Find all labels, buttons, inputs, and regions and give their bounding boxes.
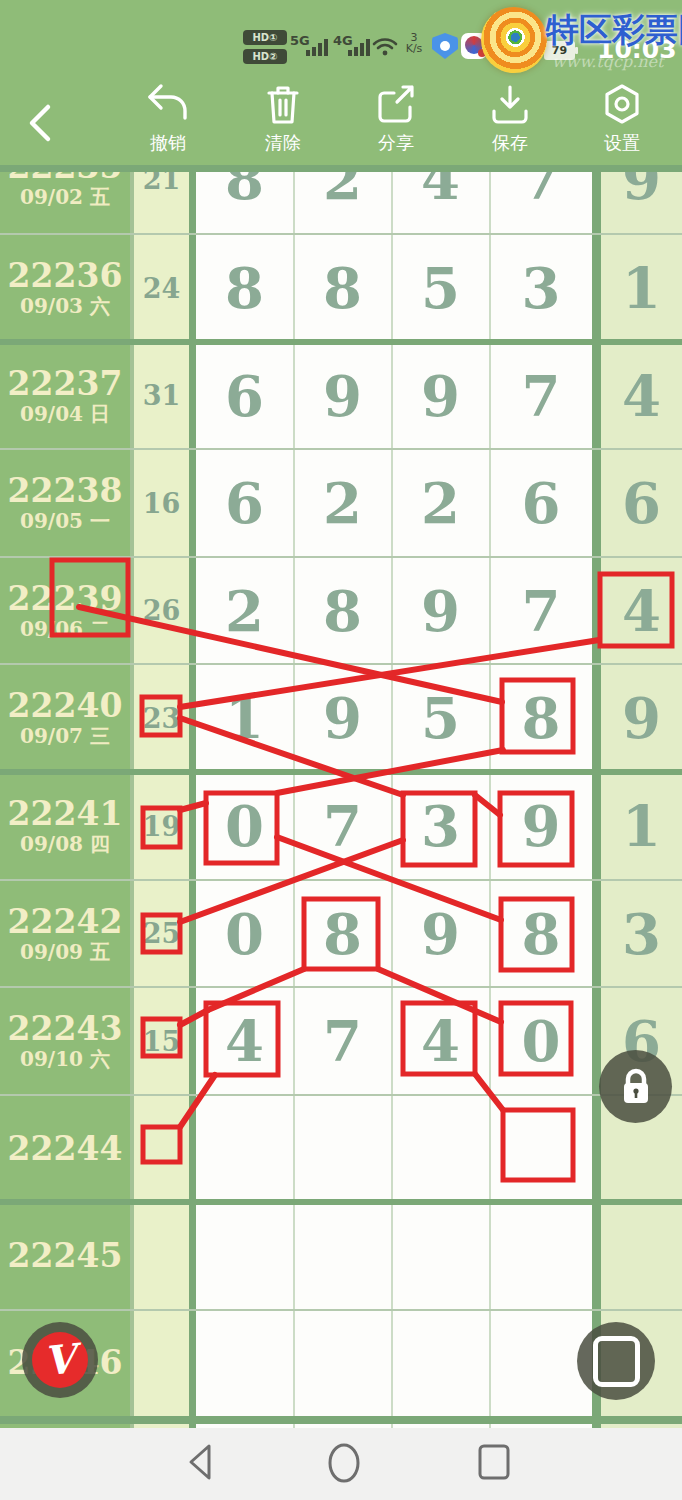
- hd2-badge: HD②: [243, 49, 287, 64]
- issue-cell: 2223809/05 一: [0, 449, 130, 557]
- save-button[interactable]: 保存: [465, 83, 555, 155]
- issue-cell: 22244: [0, 1095, 130, 1202]
- site-logo-text: 特区彩票网: [546, 13, 682, 47]
- grid-hline-thick: [0, 1416, 682, 1424]
- digit-cell[interactable]: 8: [294, 557, 391, 664]
- tail-digit-cell[interactable]: 4: [601, 342, 682, 449]
- count-cell: 19: [134, 772, 189, 880]
- digit-cell[interactable]: 5: [392, 234, 489, 342]
- digit-cell[interactable]: 3: [392, 772, 489, 880]
- shield-app-icon: [432, 33, 458, 59]
- back-triangle-icon[interactable]: [185, 1442, 215, 1482]
- digit-cell[interactable]: 2: [294, 449, 391, 557]
- digit-cell[interactable]: 7: [490, 172, 592, 234]
- lottery-chart-app: HD① HD② 5G 4G 3K/s 79 10:03 特区彩票网: [0, 0, 682, 1500]
- share-label: 分享: [351, 131, 441, 155]
- issue-cell: 2224309/10 六: [0, 987, 130, 1095]
- digit-cell[interactable]: 8: [490, 880, 592, 987]
- digit-cell[interactable]: 8: [294, 880, 391, 987]
- count-cell: [134, 1310, 189, 1416]
- undo-icon: [144, 83, 192, 127]
- count-cell: 24: [134, 234, 189, 342]
- issue-cell: 22245: [0, 1202, 130, 1310]
- table-row: 2224209/09 五 25 0 8 9 8 3: [0, 880, 682, 987]
- wifi-icon: [372, 36, 398, 56]
- digit-cell[interactable]: 4: [392, 172, 489, 234]
- share-icon: [372, 83, 420, 127]
- issue-cell: 2223509/02 五: [0, 172, 130, 234]
- digit-cell[interactable]: 2: [294, 172, 391, 234]
- stop-icon: [593, 1336, 640, 1387]
- digit-cell[interactable]: [294, 1095, 391, 1202]
- undo-button[interactable]: 撤销: [123, 83, 213, 155]
- digit-cell[interactable]: [392, 1202, 489, 1310]
- digit-cell[interactable]: 9: [294, 342, 391, 449]
- settings-label: 设置: [577, 131, 667, 155]
- lock-button[interactable]: [599, 1050, 672, 1123]
- table-row: 2224009/07 三 23 1 9 5 8 9: [0, 664, 682, 772]
- tail-digit-cell[interactable]: 1: [601, 234, 682, 342]
- v-pen-ring[interactable]: V: [22, 1322, 98, 1398]
- count-cell: 16: [134, 449, 189, 557]
- digit-cell[interactable]: 8: [196, 234, 293, 342]
- recents-square-icon[interactable]: [476, 1442, 512, 1484]
- share-button[interactable]: 分享: [351, 83, 441, 155]
- count-cell: [134, 1202, 189, 1310]
- drawing-toolbar: 撤销 清除 分享 保存: [0, 75, 682, 165]
- chevron-left-icon: [22, 101, 62, 145]
- digit-cell[interactable]: 8: [196, 172, 293, 234]
- table-row: 2224309/10 六 15 4 7 4 0 6: [0, 987, 682, 1095]
- issue-cell: 2223709/04 日: [0, 342, 130, 449]
- clear-button[interactable]: 清除: [238, 83, 328, 155]
- lock-icon: [618, 1067, 654, 1107]
- table-row: 2223509/02 五 21 8 2 4 7 9: [0, 172, 682, 234]
- digit-cell[interactable]: 1: [196, 664, 293, 772]
- digit-cell[interactable]: 9: [490, 772, 592, 880]
- digit-cell[interactable]: 6: [196, 449, 293, 557]
- digit-cell[interactable]: [294, 1310, 391, 1416]
- tail-digit-cell[interactable]: 9: [601, 172, 682, 234]
- issue-cell: 2224009/07 三: [0, 664, 130, 772]
- digit-cell[interactable]: [294, 1202, 391, 1310]
- digit-cell[interactable]: 9: [392, 557, 489, 664]
- digit-cell[interactable]: [392, 1095, 489, 1202]
- back-button[interactable]: [22, 101, 62, 145]
- android-nav-bar: [0, 1428, 682, 1500]
- signal-bars-icon: [306, 38, 330, 56]
- digit-cell[interactable]: 4: [392, 987, 489, 1095]
- issue-cell: 2223909/06 二: [0, 557, 130, 664]
- digit-cell[interactable]: 6: [196, 342, 293, 449]
- digit-cell[interactable]: [490, 1095, 592, 1202]
- tail-digit-cell[interactable]: 4: [601, 557, 682, 664]
- issue-cell: 2224109/08 四: [0, 772, 130, 880]
- digit-cell[interactable]: 9: [392, 342, 489, 449]
- clear-label: 清除: [238, 131, 328, 155]
- count-cell: 15: [134, 987, 189, 1095]
- count-cell: 25: [134, 880, 189, 987]
- v-pen-button[interactable]: V: [32, 1332, 88, 1388]
- digit-cell[interactable]: 3: [490, 234, 592, 342]
- digit-cell[interactable]: 9: [294, 664, 391, 772]
- tail-digit-cell[interactable]: 6: [601, 449, 682, 557]
- digit-cell[interactable]: 6: [490, 449, 592, 557]
- digit-cell[interactable]: 0: [196, 880, 293, 987]
- stop-button[interactable]: [577, 1322, 655, 1400]
- digit-cell[interactable]: 9: [392, 880, 489, 987]
- digit-cell[interactable]: 7: [490, 557, 592, 664]
- table-row: 22245: [0, 1202, 682, 1310]
- digit-cell[interactable]: [392, 1310, 489, 1416]
- hd1-badge: HD①: [243, 30, 287, 45]
- tail-digit-cell[interactable]: 3: [601, 880, 682, 987]
- issue-cell: 2223609/03 六: [0, 234, 130, 342]
- save-label: 保存: [465, 131, 555, 155]
- table-row: 2223809/05 一 16 6 2 2 6 6: [0, 449, 682, 557]
- count-cell: [134, 1095, 189, 1202]
- count-cell: 26: [134, 557, 189, 664]
- digit-cell[interactable]: 0: [196, 772, 293, 880]
- v-logo: V: [42, 1338, 77, 1381]
- digit-cell[interactable]: [490, 1202, 592, 1310]
- table-row: 22244: [0, 1095, 682, 1202]
- digit-cell[interactable]: [196, 1310, 293, 1416]
- digit-cell[interactable]: 0: [490, 987, 592, 1095]
- grid-hline-thick: [0, 165, 682, 172]
- site-watermark: www.tqcp.net: [552, 52, 663, 71]
- count-cell: 21: [134, 172, 189, 234]
- net-speed: 3K/s: [401, 32, 427, 54]
- table-row: 2223609/03 六 24 8 8 5 3 1: [0, 234, 682, 342]
- count-cell: 23: [134, 664, 189, 772]
- digit-cell[interactable]: [196, 1202, 293, 1310]
- digit-cell[interactable]: 2: [196, 557, 293, 664]
- digit-cell[interactable]: 2: [392, 449, 489, 557]
- save-icon: [486, 83, 534, 127]
- issue-cell: 2224209/09 五: [0, 880, 130, 987]
- digit-cell[interactable]: 7: [294, 772, 391, 880]
- settings-button[interactable]: 设置: [577, 83, 667, 155]
- table-row: 2223709/04 日 31 6 9 9 7 4: [0, 342, 682, 449]
- count-cell: 31: [134, 342, 189, 449]
- digit-cell[interactable]: 5: [392, 664, 489, 772]
- site-logo-swirl-icon: [481, 7, 547, 73]
- digit-cell[interactable]: 7: [490, 342, 592, 449]
- digit-cell[interactable]: 8: [294, 234, 391, 342]
- settings-icon: [598, 83, 646, 127]
- tail-digit-cell[interactable]: [601, 1202, 682, 1310]
- digit-cell[interactable]: [196, 1095, 293, 1202]
- undo-label: 撤销: [123, 131, 213, 155]
- tail-digit-cell[interactable]: 1: [601, 772, 682, 880]
- digit-cell[interactable]: 4: [196, 987, 293, 1095]
- digit-cell[interactable]: 7: [294, 987, 391, 1095]
- trash-icon: [259, 83, 307, 127]
- home-circle-icon[interactable]: [327, 1442, 363, 1486]
- table-row: 2223909/06 二 26 2 8 9 7 4: [0, 557, 682, 664]
- signal-bars-icon: [348, 38, 372, 56]
- tail-digit-cell[interactable]: 9: [601, 664, 682, 772]
- table-row: 2224109/08 四 19 0 7 3 9 1: [0, 772, 682, 880]
- digit-cell[interactable]: 8: [490, 664, 592, 772]
